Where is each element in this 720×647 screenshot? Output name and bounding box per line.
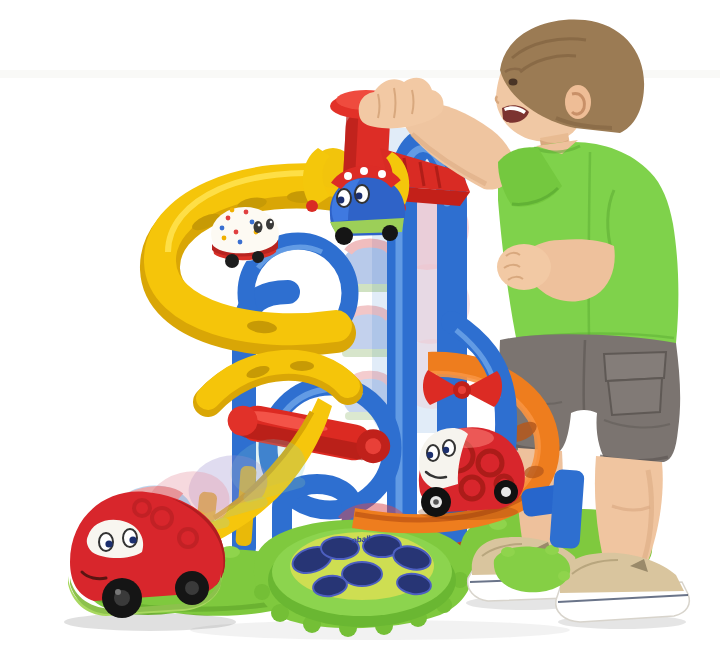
blue-car-at-claw: [330, 167, 405, 245]
bounce-pod: oball: [268, 528, 456, 627]
cargo-pocket-flap: [604, 352, 666, 381]
scene-toddler-with-toy-speedway: oball: [0, 0, 720, 647]
photo-canvas: oball: [0, 0, 720, 647]
child-eye: [509, 79, 518, 86]
ramp-support-post: [549, 469, 584, 549]
